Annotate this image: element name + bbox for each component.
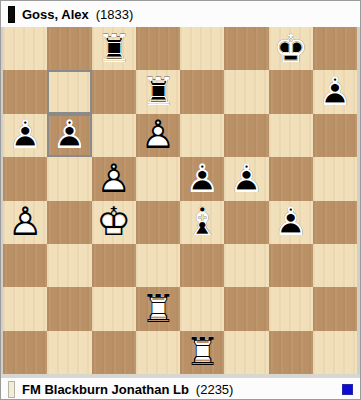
- square-a5[interactable]: [3, 157, 47, 200]
- square-c3[interactable]: [92, 244, 136, 287]
- black-pawn: ♟♙: [224, 157, 268, 200]
- square-c1[interactable]: [92, 331, 136, 374]
- square-f4[interactable]: [224, 201, 268, 244]
- square-a4[interactable]: ♟♙: [3, 201, 47, 244]
- black-bishop: ♝♗: [180, 201, 224, 244]
- square-c2[interactable]: [92, 287, 136, 330]
- square-h8[interactable]: [313, 27, 357, 70]
- square-b4[interactable]: [47, 201, 91, 244]
- black-rook: ♜♖: [92, 27, 136, 70]
- square-b7[interactable]: [47, 70, 91, 113]
- square-h6[interactable]: [313, 114, 357, 157]
- bottom-player-bar: FM Blackburn Jonathan Lb (2235): [1, 374, 360, 400]
- square-d5[interactable]: [136, 157, 180, 200]
- black-pawn: ♟♙: [180, 157, 224, 200]
- square-g2[interactable]: [269, 287, 313, 330]
- top-player-name: Goss, Alex: [22, 7, 89, 22]
- square-a2[interactable]: [3, 287, 47, 330]
- square-g6[interactable]: [269, 114, 313, 157]
- square-d6[interactable]: ♟♙: [136, 114, 180, 157]
- square-f3[interactable]: [224, 244, 268, 287]
- black-pawn: ♟♙: [3, 114, 47, 157]
- square-h2[interactable]: [313, 287, 357, 330]
- black-rook: ♜♖: [136, 70, 180, 113]
- square-h3[interactable]: [313, 244, 357, 287]
- square-g3[interactable]: [269, 244, 313, 287]
- square-f7[interactable]: [224, 70, 268, 113]
- square-e6[interactable]: [180, 114, 224, 157]
- square-e2[interactable]: [180, 287, 224, 330]
- square-d4[interactable]: [136, 201, 180, 244]
- square-g5[interactable]: [269, 157, 313, 200]
- black-pawn: ♟♙: [313, 70, 357, 113]
- black-king: ♚♔: [269, 27, 313, 70]
- square-f1[interactable]: [224, 331, 268, 374]
- square-g7[interactable]: [269, 70, 313, 113]
- square-f8[interactable]: [224, 27, 268, 70]
- square-f2[interactable]: [224, 287, 268, 330]
- black-player-color-icon: [8, 6, 15, 23]
- square-h1[interactable]: [313, 331, 357, 374]
- white-pawn: ♟♙: [136, 114, 180, 157]
- square-d2[interactable]: ♜♖: [136, 287, 180, 330]
- square-b1[interactable]: [47, 331, 91, 374]
- bottom-player-rating: (2235): [196, 382, 234, 397]
- square-e7[interactable]: [180, 70, 224, 113]
- square-d8[interactable]: [136, 27, 180, 70]
- square-b8[interactable]: [47, 27, 91, 70]
- square-e5[interactable]: ♟♙: [180, 157, 224, 200]
- black-pawn: ♟♙: [269, 201, 313, 244]
- top-player-rating: (1833): [96, 7, 134, 22]
- square-d3[interactable]: [136, 244, 180, 287]
- square-c6[interactable]: [92, 114, 136, 157]
- square-a6[interactable]: ♟♙: [3, 114, 47, 157]
- square-e3[interactable]: [180, 244, 224, 287]
- square-e8[interactable]: [180, 27, 224, 70]
- square-d7[interactable]: ♜♖: [136, 70, 180, 113]
- square-g4[interactable]: ♟♙: [269, 201, 313, 244]
- square-g1[interactable]: [269, 331, 313, 374]
- square-c8[interactable]: ♜♖: [92, 27, 136, 70]
- square-g8[interactable]: ♚♔: [269, 27, 313, 70]
- white-pawn: ♟♙: [92, 157, 136, 200]
- white-player-color-icon: [8, 381, 15, 398]
- square-h4[interactable]: [313, 201, 357, 244]
- square-e4[interactable]: ♝♗: [180, 201, 224, 244]
- bottom-player-name: FM Blackburn Jonathan Lb: [22, 382, 189, 397]
- square-c5[interactable]: ♟♙: [92, 157, 136, 200]
- square-a7[interactable]: [3, 70, 47, 113]
- square-b6[interactable]: ♟♙: [47, 114, 91, 157]
- top-player-bar: Goss, Alex (1833): [1, 1, 360, 27]
- white-pawn: ♟♙: [3, 201, 47, 244]
- square-c7[interactable]: [92, 70, 136, 113]
- square-a8[interactable]: [3, 27, 47, 70]
- square-b3[interactable]: [47, 244, 91, 287]
- square-e1[interactable]: ♜♖: [180, 331, 224, 374]
- square-h7[interactable]: ♟♙: [313, 70, 357, 113]
- white-rook: ♜♖: [136, 287, 180, 330]
- square-a1[interactable]: [3, 331, 47, 374]
- board-frame: ♜♖♚♔♜♖♟♙♟♙♟♙♟♙♟♙♟♙♟♙♟♙♚♔♝♗♟♙♜♖♜♖: [1, 27, 360, 374]
- square-d1[interactable]: [136, 331, 180, 374]
- chess-board-window: Goss, Alex (1833) ♜♖♚♔♜♖♟♙♟♙♟♙♟♙♟♙♟♙♟♙♟♙…: [0, 0, 361, 400]
- square-h5[interactable]: [313, 157, 357, 200]
- white-rook: ♜♖: [180, 331, 224, 374]
- move-indicator: [342, 384, 353, 395]
- square-b5[interactable]: [47, 157, 91, 200]
- square-f5[interactable]: ♟♙: [224, 157, 268, 200]
- square-a3[interactable]: [3, 244, 47, 287]
- white-king: ♚♔: [92, 201, 136, 244]
- square-c4[interactable]: ♚♔: [92, 201, 136, 244]
- black-pawn: ♟♙: [47, 114, 91, 157]
- square-b2[interactable]: [47, 287, 91, 330]
- chess-board[interactable]: ♜♖♚♔♜♖♟♙♟♙♟♙♟♙♟♙♟♙♟♙♟♙♚♔♝♗♟♙♜♖♜♖: [3, 27, 357, 374]
- square-f6[interactable]: [224, 114, 268, 157]
